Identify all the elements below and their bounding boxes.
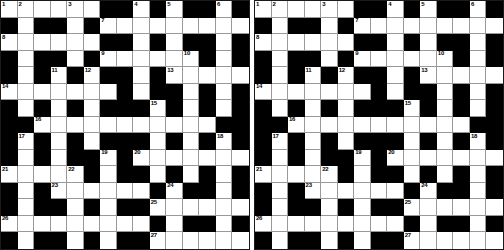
grid-cell-block — [117, 84, 134, 101]
grid-cell-white[interactable] — [117, 18, 134, 35]
grid-cell-white[interactable] — [272, 232, 289, 249]
grid-cell-white[interactable] — [150, 133, 167, 150]
grid-cell-white[interactable] — [470, 150, 487, 167]
grid-cell-white[interactable] — [166, 18, 183, 35]
grid-cell-white[interactable] — [387, 34, 404, 51]
grid-cell-block — [371, 150, 388, 167]
grid-cell-white[interactable]: 5 — [166, 1, 183, 18]
grid-cell-white[interactable]: 15 — [150, 100, 167, 117]
grid-cell-white[interactable] — [100, 84, 117, 101]
grid-cell-white[interactable] — [67, 51, 84, 68]
grid-cell-white[interactable] — [272, 100, 289, 117]
grid-cell-block — [354, 100, 371, 117]
grid-cell-white[interactable] — [338, 133, 355, 150]
grid-cell-white[interactable] — [133, 216, 150, 233]
grid-cell-white[interactable] — [216, 183, 233, 200]
grid-cell-white[interactable] — [404, 18, 421, 35]
grid-cell-white[interactable] — [288, 166, 305, 183]
grid-cell-white[interactable] — [51, 84, 68, 101]
grid-cell-white[interactable] — [453, 232, 470, 249]
grid-cell-white[interactable]: 7 — [100, 18, 117, 35]
grid-cell-white[interactable] — [183, 84, 200, 101]
grid-cell-white[interactable] — [232, 232, 249, 249]
grid-cell-white[interactable] — [437, 166, 454, 183]
grid-cell-white[interactable] — [354, 199, 371, 216]
grid-cell-white[interactable] — [232, 150, 249, 167]
grid-cell-white[interactable] — [133, 183, 150, 200]
grid-cell-white[interactable] — [288, 1, 305, 18]
grid-cell-white[interactable] — [470, 34, 487, 51]
grid-cell-white[interactable] — [338, 84, 355, 101]
grid-cell-white[interactable]: 13 — [420, 67, 437, 84]
grid-cell-white[interactable] — [232, 199, 249, 216]
grid-cell-block — [404, 67, 421, 84]
grid-cell-white[interactable] — [100, 183, 117, 200]
grid-cell-white[interactable] — [404, 166, 421, 183]
grid-cell-white[interactable] — [133, 51, 150, 68]
grid-cell-white[interactable] — [166, 51, 183, 68]
grid-cell-white[interactable]: 19 — [100, 150, 117, 167]
grid-cell-white[interactable] — [18, 199, 35, 216]
grid-cell-white[interactable] — [437, 18, 454, 35]
grid-cell-white[interactable] — [453, 67, 470, 84]
grid-cell-block — [166, 84, 183, 101]
grid-cell-white[interactable] — [404, 150, 421, 167]
grid-cell-white[interactable]: 27 — [404, 232, 421, 249]
grid-cell-block — [338, 232, 355, 249]
grid-cell-white[interactable] — [305, 150, 322, 167]
grid-cell-white[interactable] — [437, 150, 454, 167]
grid-cell-white[interactable] — [272, 166, 289, 183]
grid-cell-white[interactable] — [470, 183, 487, 200]
grid-cell-white[interactable] — [420, 34, 437, 51]
grid-cell-white[interactable] — [232, 67, 249, 84]
grid-cell-white[interactable] — [67, 183, 84, 200]
grid-cell-white[interactable] — [470, 199, 487, 216]
grid-cell-white[interactable] — [272, 199, 289, 216]
grid-cell-white[interactable] — [338, 216, 355, 233]
grid-cell-white[interactable] — [199, 232, 216, 249]
grid-cell-white[interactable] — [216, 34, 233, 51]
grid-cell-white[interactable] — [232, 18, 249, 35]
grid-cell-white[interactable]: 21 — [255, 166, 272, 183]
grid-cell-white[interactable] — [34, 1, 51, 18]
grid-cell-white[interactable]: 24 — [420, 183, 437, 200]
grid-cell-white[interactable]: 7 — [354, 18, 371, 35]
grid-cell-white[interactable] — [338, 1, 355, 18]
grid-cell-white[interactable]: 20 — [387, 150, 404, 167]
grid-cell-white[interactable] — [183, 133, 200, 150]
grid-cell-white[interactable]: 4 — [133, 1, 150, 18]
grid-cell-white[interactable] — [453, 117, 470, 134]
grid-cell-white[interactable] — [183, 199, 200, 216]
grid-cell-white[interactable] — [18, 67, 35, 84]
grid-cell-white[interactable] — [100, 216, 117, 233]
grid-cell-white[interactable]: 9 — [354, 51, 371, 68]
grid-cell-white[interactable] — [486, 18, 503, 35]
grid-cell-white[interactable] — [486, 67, 503, 84]
grid-cell-white[interactable]: 2 — [18, 1, 35, 18]
grid-cell-white[interactable]: 5 — [420, 1, 437, 18]
grid-cell-white[interactable] — [84, 117, 101, 134]
grid-cell-white[interactable]: 10 — [183, 51, 200, 68]
grid-cell-white[interactable] — [216, 199, 233, 216]
grid-cell-white[interactable]: 2 — [272, 1, 289, 18]
grid-cell-white[interactable] — [321, 232, 338, 249]
grid-cell-white[interactable]: 9 — [100, 51, 117, 68]
grid-cell-white[interactable] — [305, 34, 322, 51]
clue-number: 23 — [306, 182, 312, 189]
clue-number: 26 — [2, 215, 8, 222]
grid-cell-white[interactable] — [150, 18, 167, 35]
grid-cell-white[interactable] — [272, 67, 289, 84]
grid-cell-white[interactable]: 13 — [166, 67, 183, 84]
grid-cell-white[interactable] — [18, 51, 35, 68]
grid-cell-white[interactable]: 24 — [166, 183, 183, 200]
grid-cell-white[interactable]: 26 — [255, 216, 272, 233]
grid-cell-white[interactable] — [305, 84, 322, 101]
grid-cell-white[interactable] — [34, 216, 51, 233]
grid-cell-white[interactable] — [133, 84, 150, 101]
grid-cell-white[interactable] — [216, 232, 233, 249]
grid-cell-white[interactable] — [67, 34, 84, 51]
grid-cell-white[interactable] — [84, 1, 101, 18]
grid-cell-white[interactable] — [387, 67, 404, 84]
grid-cell-white[interactable] — [321, 117, 338, 134]
grid-cell-white[interactable] — [288, 216, 305, 233]
grid-cell-white[interactable] — [486, 199, 503, 216]
grid-cell-white[interactable] — [470, 84, 487, 101]
grid-cell-white[interactable]: 18 — [470, 133, 487, 150]
grid-cell-white[interactable] — [338, 183, 355, 200]
grid-cell-white[interactable]: 14 — [1, 84, 18, 101]
grid-cell-white[interactable]: 16 — [288, 117, 305, 134]
grid-cell-white[interactable] — [117, 216, 134, 233]
grid-cell-white[interactable] — [100, 166, 117, 183]
grid-cell-white[interactable] — [371, 51, 388, 68]
grid-cell-white[interactable] — [216, 100, 233, 117]
grid-cell-white[interactable] — [18, 34, 35, 51]
grid-cell-white[interactable]: 11 — [51, 67, 68, 84]
grid-cell-white[interactable]: 17 — [272, 133, 289, 150]
grid-cell-white[interactable]: 4 — [387, 1, 404, 18]
grid-cell-white[interactable] — [404, 133, 421, 150]
grid-cell-white[interactable] — [216, 150, 233, 167]
clue-number: 4 — [388, 1, 391, 8]
grid-cell-white[interactable] — [420, 51, 437, 68]
grid-cell-white[interactable]: 1 — [1, 1, 18, 18]
grid-cell-white[interactable] — [305, 117, 322, 134]
grid-cell-white[interactable] — [420, 232, 437, 249]
grid-cell-white[interactable] — [199, 67, 216, 84]
grid-cell-white[interactable] — [67, 199, 84, 216]
grid-cell-white[interactable] — [18, 100, 35, 117]
grid-cell-white[interactable] — [51, 216, 68, 233]
grid-cell-white[interactable]: 17 — [18, 133, 35, 150]
grid-cell-white[interactable] — [166, 216, 183, 233]
grid-cell-white[interactable] — [305, 133, 322, 150]
grid-cell-white[interactable] — [117, 117, 134, 134]
grid-cell-white[interactable] — [272, 183, 289, 200]
grid-cell-white[interactable] — [453, 199, 470, 216]
grid-cell-white[interactable] — [67, 18, 84, 35]
grid-cell-white[interactable] — [150, 150, 167, 167]
grid-cell-white[interactable] — [453, 150, 470, 167]
grid-cell-white[interactable] — [18, 183, 35, 200]
grid-cell-white[interactable] — [371, 18, 388, 35]
grid-cell-white[interactable] — [420, 199, 437, 216]
grid-cell-white[interactable]: 22 — [67, 166, 84, 183]
grid-cell-white[interactable] — [354, 216, 371, 233]
grid-cell-white[interactable] — [272, 84, 289, 101]
grid-cell-block — [371, 100, 388, 117]
grid-cell-white[interactable] — [371, 216, 388, 233]
grid-cell-white[interactable] — [437, 84, 454, 101]
grid-cell-white[interactable] — [354, 183, 371, 200]
grid-cell-white[interactable] — [321, 84, 338, 101]
clue-number: 27 — [151, 232, 157, 239]
grid-cell-white[interactable] — [387, 18, 404, 35]
grid-cell-block — [354, 1, 371, 18]
grid-cell-white[interactable] — [288, 84, 305, 101]
grid-cell-block — [100, 100, 117, 117]
grid-cell-white[interactable]: 8 — [255, 34, 272, 51]
grid-cell-white[interactable] — [354, 84, 371, 101]
grid-cell-white[interactable] — [216, 67, 233, 84]
grid-cell-white[interactable] — [51, 117, 68, 134]
grid-cell-white[interactable] — [51, 34, 68, 51]
grid-cell-white[interactable] — [100, 199, 117, 216]
grid-cell-white[interactable] — [437, 232, 454, 249]
grid-cell-white[interactable] — [272, 150, 289, 167]
grid-cell-white[interactable] — [321, 199, 338, 216]
grid-cell-white[interactable] — [305, 100, 322, 117]
grid-cell-white[interactable] — [67, 232, 84, 249]
grid-cell-white[interactable] — [67, 117, 84, 134]
grid-cell-white[interactable] — [371, 117, 388, 134]
grid-cell-white[interactable] — [117, 183, 134, 200]
grid-cell-white[interactable]: 23 — [51, 183, 68, 200]
grid-cell-white[interactable] — [183, 100, 200, 117]
grid-cell-white[interactable] — [338, 100, 355, 117]
grid-cell-white[interactable]: 16 — [34, 117, 51, 134]
grid-cell-white[interactable]: 8 — [1, 34, 18, 51]
grid-cell-white[interactable] — [183, 67, 200, 84]
grid-cell-white[interactable]: 6 — [470, 1, 487, 18]
grid-cell-white[interactable] — [338, 117, 355, 134]
grid-cell-white[interactable] — [305, 216, 322, 233]
grid-cell-white[interactable] — [453, 18, 470, 35]
grid-cell-white[interactable] — [183, 150, 200, 167]
grid-cell-white[interactable] — [404, 117, 421, 134]
grid-cell-block — [51, 232, 68, 249]
grid-cell-white[interactable] — [387, 117, 404, 134]
grid-cell-white[interactable] — [133, 34, 150, 51]
grid-cell-white[interactable] — [199, 199, 216, 216]
grid-cell-white[interactable] — [18, 216, 35, 233]
grid-cell-white[interactable] — [470, 18, 487, 35]
grid-cell-block — [183, 1, 200, 18]
grid-cell-white[interactable] — [470, 232, 487, 249]
grid-cell-white[interactable] — [354, 232, 371, 249]
grid-cell-white[interactable]: 3 — [321, 1, 338, 18]
grid-cell-white[interactable] — [437, 133, 454, 150]
grid-cell-white[interactable] — [100, 117, 117, 134]
grid-cell-white[interactable] — [272, 51, 289, 68]
grid-cell-white[interactable] — [470, 166, 487, 183]
grid-cell-white[interactable] — [199, 117, 216, 134]
grid-cell-white[interactable]: 19 — [354, 150, 371, 167]
grid-cell-white[interactable] — [321, 34, 338, 51]
grid-cell-white[interactable] — [100, 232, 117, 249]
grid-cell-white[interactable]: 10 — [437, 51, 454, 68]
grid-cell-white[interactable] — [150, 51, 167, 68]
grid-cell-white[interactable]: 3 — [67, 1, 84, 18]
grid-cell-block — [371, 1, 388, 18]
grid-cell-white[interactable] — [18, 84, 35, 101]
grid-cell-white[interactable] — [183, 117, 200, 134]
grid-cell-white[interactable]: 6 — [216, 1, 233, 18]
grid-cell-white[interactable] — [387, 183, 404, 200]
grid-cell-white[interactable] — [199, 18, 216, 35]
grid-cell-white[interactable] — [321, 183, 338, 200]
grid-cell-white[interactable]: 14 — [255, 84, 272, 101]
grid-cell-white[interactable] — [84, 84, 101, 101]
grid-cell-white[interactable]: 25 — [404, 199, 421, 216]
grid-cell-white[interactable] — [321, 216, 338, 233]
grid-cell-white[interactable] — [354, 117, 371, 134]
grid-cell-white[interactable] — [470, 67, 487, 84]
grid-cell-white[interactable]: 26 — [1, 216, 18, 233]
grid-cell-white[interactable] — [67, 216, 84, 233]
grid-cell-white[interactable]: 15 — [404, 100, 421, 117]
grid-cell-white[interactable]: 25 — [150, 199, 167, 216]
grid-cell-white[interactable] — [133, 117, 150, 134]
grid-cell-white[interactable] — [150, 166, 167, 183]
grid-cell-white[interactable] — [18, 166, 35, 183]
grid-cell-white[interactable] — [420, 18, 437, 35]
grid-cell-white[interactable] — [166, 232, 183, 249]
grid-cell-white[interactable] — [18, 150, 35, 167]
grid-cell-white[interactable]: 12 — [338, 67, 355, 84]
grid-cell-white[interactable] — [183, 232, 200, 249]
grid-cell-white[interactable]: 23 — [305, 183, 322, 200]
grid-cell-block — [1, 117, 18, 134]
grid-cell-white[interactable] — [272, 216, 289, 233]
grid-cell-block — [338, 150, 355, 167]
grid-cell-white[interactable] — [84, 133, 101, 150]
grid-cell-white[interactable] — [470, 100, 487, 117]
grid-cell-white[interactable] — [150, 117, 167, 134]
grid-cell-white[interactable] — [216, 166, 233, 183]
grid-cell-white[interactable] — [34, 84, 51, 101]
grid-cell-white[interactable] — [387, 51, 404, 68]
grid-cell-white[interactable] — [84, 183, 101, 200]
grid-cell-white[interactable] — [404, 51, 421, 68]
grid-cell-white[interactable] — [321, 51, 338, 68]
grid-cell-white[interactable] — [470, 216, 487, 233]
grid-cell-block — [199, 133, 216, 150]
grid-cell-white[interactable] — [18, 18, 35, 35]
grid-cell-white[interactable] — [51, 133, 68, 150]
grid-cell-white[interactable] — [338, 34, 355, 51]
grid-cell-white[interactable] — [51, 150, 68, 167]
grid-cell-white[interactable]: 11 — [305, 67, 322, 84]
grid-cell-white[interactable] — [183, 18, 200, 35]
grid-cell-white[interactable] — [216, 18, 233, 35]
clue-number: 16 — [35, 116, 41, 123]
grid-cell-white[interactable] — [437, 100, 454, 117]
grid-cell-white[interactable] — [166, 34, 183, 51]
clue-number: 26 — [256, 215, 262, 222]
grid-cell-white[interactable]: 20 — [133, 150, 150, 167]
grid-cell-white[interactable] — [272, 34, 289, 51]
grid-cell-white[interactable]: 18 — [216, 133, 233, 150]
grid-cell-white[interactable] — [67, 84, 84, 101]
grid-cell-white[interactable] — [216, 51, 233, 68]
grid-cell-white[interactable] — [166, 150, 183, 167]
grid-cell-white[interactable] — [183, 166, 200, 183]
grid-cell-white[interactable] — [133, 18, 150, 35]
grid-cell-white[interactable] — [166, 117, 183, 134]
grid-cell-white[interactable] — [288, 34, 305, 51]
grid-cell-white[interactable] — [51, 100, 68, 117]
grid-cell-white[interactable] — [437, 117, 454, 134]
grid-cell-white[interactable] — [84, 34, 101, 51]
grid-cell-white[interactable] — [321, 18, 338, 35]
grid-cell-white[interactable] — [486, 232, 503, 249]
grid-cell-white[interactable] — [199, 150, 216, 167]
grid-cell-white[interactable]: 12 — [84, 67, 101, 84]
grid-cell-white[interactable]: 1 — [255, 1, 272, 18]
grid-cell-white[interactable] — [305, 166, 322, 183]
grid-cell-white[interactable]: 27 — [150, 232, 167, 249]
grid-cell-white[interactable] — [216, 84, 233, 101]
grid-cell-white[interactable] — [437, 67, 454, 84]
grid-cell-white[interactable] — [387, 84, 404, 101]
grid-cell-white[interactable] — [486, 150, 503, 167]
grid-cell-block — [486, 100, 503, 117]
grid-cell-white[interactable] — [84, 100, 101, 117]
grid-cell-white[interactable] — [354, 166, 371, 183]
grid-cell-block — [232, 183, 249, 200]
grid-cell-white[interactable] — [133, 67, 150, 84]
grid-cell-white[interactable] — [117, 51, 134, 68]
grid-cell-white[interactable] — [166, 199, 183, 216]
grid-cell-white[interactable] — [272, 18, 289, 35]
grid-cell-block — [255, 183, 272, 200]
grid-cell-white[interactable]: 21 — [1, 166, 18, 183]
grid-cell-white[interactable] — [420, 117, 437, 134]
grid-cell-white[interactable] — [51, 166, 68, 183]
grid-cell-white[interactable] — [305, 1, 322, 18]
grid-cell-white[interactable] — [371, 183, 388, 200]
grid-cell-white[interactable] — [34, 34, 51, 51]
grid-cell-white[interactable] — [437, 199, 454, 216]
grid-cell-white[interactable] — [34, 166, 51, 183]
grid-cell-white[interactable] — [18, 232, 35, 249]
grid-cell-white[interactable] — [420, 216, 437, 233]
grid-cell-white[interactable] — [84, 216, 101, 233]
grid-cell-white[interactable] — [216, 216, 233, 233]
clue-number: 1 — [256, 1, 259, 8]
grid-cell-white[interactable] — [420, 150, 437, 167]
grid-cell-white[interactable] — [51, 1, 68, 18]
grid-cell-white[interactable]: 22 — [321, 166, 338, 183]
grid-cell-block — [255, 133, 272, 150]
grid-cell-white[interactable] — [470, 51, 487, 68]
grid-cell-white[interactable] — [387, 216, 404, 233]
